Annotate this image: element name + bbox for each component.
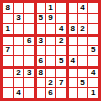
cell-r8c5: 2 [46, 78, 56, 88]
cell-r6c2[interactable] [14, 56, 24, 66]
cell-r3c1: 1 [3, 24, 13, 34]
cell-r3c3[interactable] [24, 24, 34, 34]
cell-r1c2[interactable] [14, 3, 24, 13]
cell-r6c8[interactable] [78, 56, 88, 66]
cell-r3c8: 2 [78, 24, 88, 34]
cell-r7c1[interactable] [3, 67, 13, 77]
cell-r3c4[interactable] [35, 24, 45, 34]
cell-r4c2[interactable] [14, 35, 24, 45]
cell-r2c5: 9 [46, 14, 56, 24]
cell-r7c8[interactable] [78, 67, 88, 77]
cell-r3c6: 4 [56, 24, 66, 34]
cell-r4c5[interactable] [46, 35, 56, 45]
cell-r5c2[interactable] [14, 46, 24, 56]
cell-r7c7[interactable] [67, 67, 77, 77]
cell-r1c5: 1 [46, 3, 56, 13]
cell-r5c7[interactable] [67, 46, 77, 56]
cell-r2c1[interactable] [3, 14, 13, 24]
cell-r4c6: 2 [56, 35, 66, 45]
cell-r5c3[interactable] [24, 46, 34, 56]
cell-r9c4[interactable] [35, 88, 45, 98]
cell-r7c4: 8 [35, 67, 45, 77]
cell-r8c6: 7 [56, 78, 66, 88]
cell-r2c4: 5 [35, 14, 45, 24]
cell-r6c1[interactable] [3, 56, 13, 66]
cell-r5c6[interactable] [56, 46, 66, 56]
cell-r9c9: 1 [88, 88, 98, 98]
cell-r3c9[interactable] [88, 24, 98, 34]
cell-r4c1[interactable] [3, 35, 13, 45]
cell-r6c9[interactable] [88, 56, 98, 66]
cell-r6c7: 4 [67, 56, 77, 66]
cell-r3c7: 8 [67, 24, 77, 34]
cell-r8c7[interactable] [67, 78, 77, 88]
cell-r4c9[interactable] [88, 35, 98, 45]
cell-r5c5[interactable] [46, 46, 56, 56]
cell-r2c9[interactable] [88, 14, 98, 24]
cell-r1c9[interactable] [88, 3, 98, 13]
cell-r5c8[interactable] [78, 46, 88, 56]
cell-r3c5[interactable] [46, 24, 56, 34]
cell-r9c7[interactable] [67, 88, 77, 98]
cell-r9c5: 6 [46, 88, 56, 98]
cell-r1c1: 8 [3, 3, 13, 13]
sudoku-board: 8143591482632756542384275461 [0, 0, 101, 101]
cell-r6c5[interactable] [46, 56, 56, 66]
cell-r1c7[interactable] [67, 3, 77, 13]
cell-r9c6[interactable] [56, 88, 66, 98]
cell-r7c2: 2 [14, 67, 24, 77]
cell-r4c3: 6 [24, 35, 34, 45]
cell-r4c4: 3 [35, 35, 45, 45]
cell-r1c3[interactable] [24, 3, 34, 13]
cell-r7c9: 4 [88, 67, 98, 77]
cell-r2c6[interactable] [56, 14, 66, 24]
cell-r2c2: 3 [14, 14, 24, 24]
cell-r6c4: 6 [35, 56, 45, 66]
cell-r3c2[interactable] [14, 24, 24, 34]
cell-r2c8[interactable] [78, 14, 88, 24]
cell-r8c8: 5 [78, 78, 88, 88]
cell-r9c3[interactable] [24, 88, 34, 98]
cell-r5c4[interactable] [35, 46, 45, 56]
cell-r9c2: 4 [14, 88, 24, 98]
cell-r6c3[interactable] [24, 56, 34, 66]
cell-r1c8: 4 [78, 3, 88, 13]
cell-r9c1[interactable] [3, 88, 13, 98]
cell-r7c6[interactable] [56, 67, 66, 77]
cell-r8c2[interactable] [14, 78, 24, 88]
cell-r5c1: 7 [3, 46, 13, 56]
cell-r2c7[interactable] [67, 14, 77, 24]
cell-r8c4[interactable] [35, 78, 45, 88]
cell-r1c6[interactable] [56, 3, 66, 13]
cell-r2c3[interactable] [24, 14, 34, 24]
cell-r7c5[interactable] [46, 67, 56, 77]
cell-r4c7[interactable] [67, 35, 77, 45]
cell-r6c6: 5 [56, 56, 66, 66]
cell-r8c9[interactable] [88, 78, 98, 88]
cell-r4c8[interactable] [78, 35, 88, 45]
cell-r8c1[interactable] [3, 78, 13, 88]
cell-r7c3: 3 [24, 67, 34, 77]
cell-r5c9: 5 [88, 46, 98, 56]
cell-r1c4[interactable] [35, 3, 45, 13]
cell-r8c3[interactable] [24, 78, 34, 88]
cell-r9c8[interactable] [78, 88, 88, 98]
